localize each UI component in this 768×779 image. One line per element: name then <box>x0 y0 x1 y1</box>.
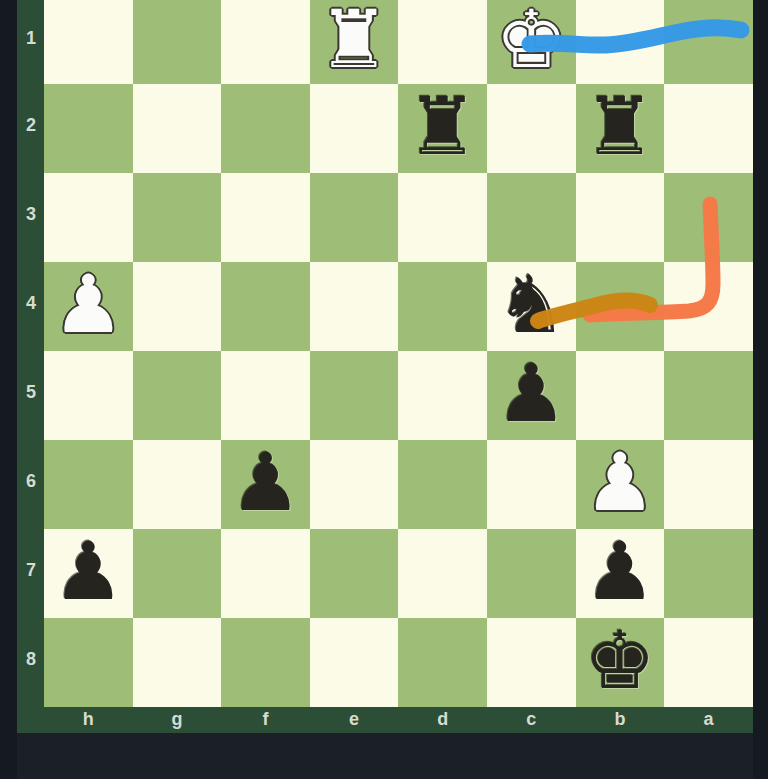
white-rook-e1[interactable]: ♜ <box>318 0 390 80</box>
square-h4[interactable]: ♟ <box>44 262 133 351</box>
rank-label-5: 5 <box>26 381 36 402</box>
square-a4[interactable] <box>664 262 753 351</box>
square-e7[interactable] <box>310 529 399 618</box>
file-label-gutter: hgfedcba <box>17 707 753 733</box>
square-f3[interactable] <box>221 173 310 262</box>
black-king-b8[interactable]: ♚ <box>584 621 656 701</box>
square-g2[interactable] <box>133 84 222 173</box>
black-pawn-h7[interactable]: ♟ <box>52 532 124 612</box>
black-rook-d2[interactable]: ♜ <box>407 87 479 167</box>
left-side-strip <box>0 0 17 779</box>
square-b2[interactable]: ♜ <box>576 84 665 173</box>
white-pawn-h4[interactable]: ♟ <box>52 265 124 345</box>
square-a7[interactable] <box>664 529 753 618</box>
file-label-d: d <box>437 709 448 730</box>
file-label-b: b <box>614 709 625 730</box>
square-e6[interactable] <box>310 440 399 529</box>
square-d1[interactable] <box>398 0 487 84</box>
right-side-strip <box>753 0 768 779</box>
square-e5[interactable] <box>310 351 399 440</box>
rank-label-4: 4 <box>26 292 36 313</box>
square-a6[interactable] <box>664 440 753 529</box>
black-pawn-b7[interactable]: ♟ <box>584 532 656 612</box>
square-d3[interactable] <box>398 173 487 262</box>
rank-label-7: 7 <box>26 559 36 580</box>
square-g3[interactable] <box>133 173 222 262</box>
white-king-c1[interactable]: ♚ <box>495 0 567 80</box>
square-h1[interactable] <box>44 0 133 84</box>
rank-label-gutter: 12345678 <box>17 0 44 733</box>
square-h2[interactable] <box>44 84 133 173</box>
square-h3[interactable] <box>44 173 133 262</box>
chess-board-frame: 12345678 hgfedcba ♜♚♜♜♟♞♟♟♟♟♟♚ <box>17 0 753 733</box>
square-h7[interactable]: ♟ <box>44 529 133 618</box>
rank-label-6: 6 <box>26 470 36 491</box>
black-pawn-c5[interactable]: ♟ <box>495 354 567 434</box>
square-e4[interactable] <box>310 262 399 351</box>
file-label-e: e <box>349 709 359 730</box>
rank-label-3: 3 <box>26 203 36 224</box>
square-d4[interactable] <box>398 262 487 351</box>
square-f5[interactable] <box>221 351 310 440</box>
square-a8[interactable] <box>664 618 753 707</box>
square-c5[interactable]: ♟ <box>487 351 576 440</box>
square-f4[interactable] <box>221 262 310 351</box>
square-c3[interactable] <box>487 173 576 262</box>
square-a5[interactable] <box>664 351 753 440</box>
square-c6[interactable] <box>487 440 576 529</box>
square-b7[interactable]: ♟ <box>576 529 665 618</box>
square-b5[interactable] <box>576 351 665 440</box>
square-c4[interactable]: ♞ <box>487 262 576 351</box>
square-b6[interactable]: ♟ <box>576 440 665 529</box>
square-f6[interactable]: ♟ <box>221 440 310 529</box>
square-c7[interactable] <box>487 529 576 618</box>
rank-label-2: 2 <box>26 114 36 135</box>
black-pawn-f6[interactable]: ♟ <box>230 443 302 523</box>
square-e1[interactable]: ♜ <box>310 0 399 84</box>
square-e8[interactable] <box>310 618 399 707</box>
square-g6[interactable] <box>133 440 222 529</box>
black-knight-c4[interactable]: ♞ <box>495 265 567 345</box>
file-label-a: a <box>703 709 713 730</box>
square-c8[interactable] <box>487 618 576 707</box>
square-d2[interactable]: ♜ <box>398 84 487 173</box>
square-f1[interactable] <box>221 0 310 84</box>
rank-label-1: 1 <box>26 28 36 49</box>
file-label-c: c <box>526 709 536 730</box>
square-c1[interactable]: ♚ <box>487 0 576 84</box>
square-a1[interactable] <box>664 0 753 84</box>
square-g8[interactable] <box>133 618 222 707</box>
square-a3[interactable] <box>664 173 753 262</box>
square-b1[interactable] <box>576 0 665 84</box>
square-d6[interactable] <box>398 440 487 529</box>
square-b8[interactable]: ♚ <box>576 618 665 707</box>
file-label-h: h <box>83 709 94 730</box>
square-b4[interactable] <box>576 262 665 351</box>
square-h5[interactable] <box>44 351 133 440</box>
square-g5[interactable] <box>133 351 222 440</box>
square-a2[interactable] <box>664 84 753 173</box>
square-g7[interactable] <box>133 529 222 618</box>
square-d7[interactable] <box>398 529 487 618</box>
square-f8[interactable] <box>221 618 310 707</box>
square-f7[interactable] <box>221 529 310 618</box>
square-g4[interactable] <box>133 262 222 351</box>
square-g1[interactable] <box>133 0 222 84</box>
square-e2[interactable] <box>310 84 399 173</box>
rank-label-8: 8 <box>26 648 36 669</box>
square-c2[interactable] <box>487 84 576 173</box>
square-h6[interactable] <box>44 440 133 529</box>
file-label-g: g <box>171 709 182 730</box>
file-label-f: f <box>263 709 269 730</box>
square-f2[interactable] <box>221 84 310 173</box>
white-pawn-b6[interactable]: ♟ <box>584 443 656 523</box>
black-rook-b2[interactable]: ♜ <box>584 87 656 167</box>
square-h8[interactable] <box>44 618 133 707</box>
square-e3[interactable] <box>310 173 399 262</box>
square-d5[interactable] <box>398 351 487 440</box>
square-d8[interactable] <box>398 618 487 707</box>
square-b3[interactable] <box>576 173 665 262</box>
chess-board[interactable]: ♜♚♜♜♟♞♟♟♟♟♟♚ <box>44 0 753 707</box>
